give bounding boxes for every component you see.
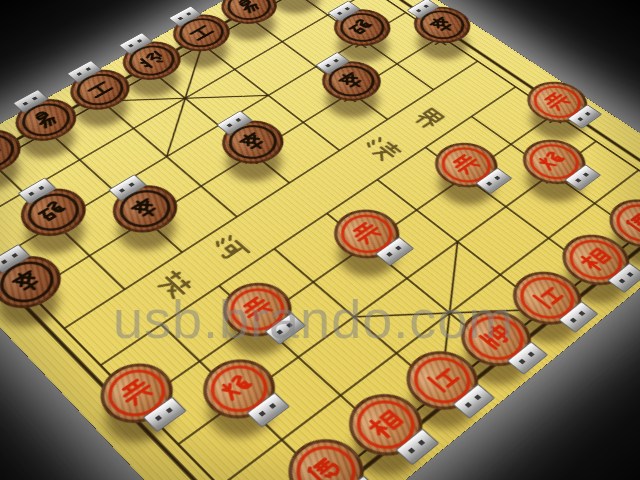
xiangqi-board bbox=[0, 0, 640, 480]
river-char-he bbox=[211, 235, 248, 264]
watermark-text: usb.brando.com bbox=[113, 288, 514, 350]
river-char-han bbox=[364, 135, 402, 162]
product-photo-scene: usb.brando.com bbox=[0, 0, 640, 480]
piece-face bbox=[402, 0, 482, 51]
river-char-jie bbox=[414, 108, 444, 129]
